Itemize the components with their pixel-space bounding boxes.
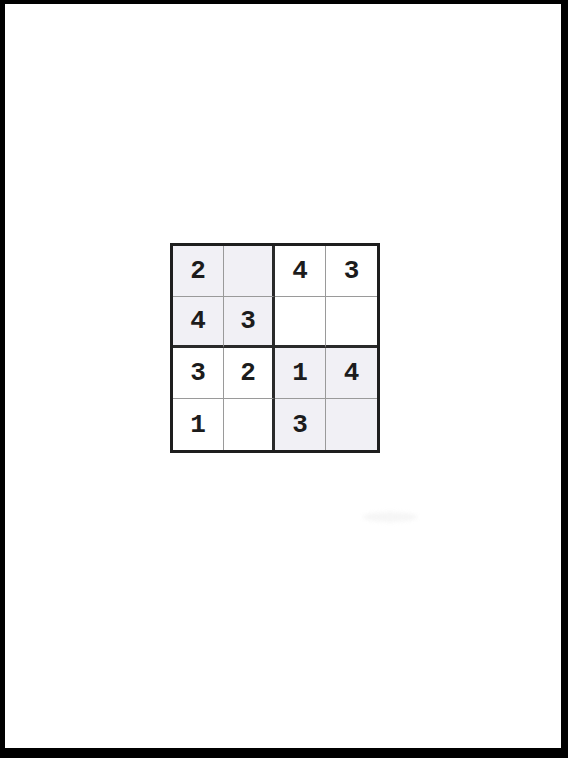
cell-r2-c2[interactable]: 3 <box>224 297 275 348</box>
cell-r1-c1[interactable]: 2 <box>173 246 224 297</box>
cell-r3-c1[interactable]: 3 <box>173 348 224 399</box>
cell-r1-c4[interactable]: 3 <box>326 246 377 297</box>
cell-r2-c4[interactable] <box>326 297 377 348</box>
cell-r4-c1[interactable]: 1 <box>173 399 224 450</box>
cell-r2-c1[interactable]: 4 <box>173 297 224 348</box>
worksheet-page: 2 4 3 4 3 3 2 1 4 1 3 <box>0 0 568 758</box>
cell-r1-c2[interactable] <box>224 246 275 297</box>
cell-r3-c4[interactable]: 4 <box>326 348 377 399</box>
cell-r2-c3[interactable] <box>275 297 326 348</box>
cell-r1-c3[interactable]: 4 <box>275 246 326 297</box>
cell-r3-c2[interactable]: 2 <box>224 348 275 399</box>
scan-artifact <box>363 512 417 522</box>
cell-r4-c4[interactable] <box>326 399 377 450</box>
cell-r4-c2[interactable] <box>224 399 275 450</box>
cell-r3-c3[interactable]: 1 <box>275 348 326 399</box>
sudoku-board: 2 4 3 4 3 3 2 1 4 1 3 <box>170 243 380 453</box>
cell-r4-c3[interactable]: 3 <box>275 399 326 450</box>
